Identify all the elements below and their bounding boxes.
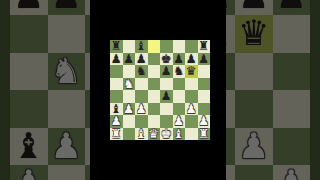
square-d7[interactable] [148,53,161,66]
square-b1[interactable] [123,128,136,141]
square-g6[interactable]: ♛ [185,65,198,78]
piece-black-queen: ♛ [235,15,273,53]
piece-black-knight[interactable]: ♞ [173,65,186,78]
piece-white-pawn[interactable]: ♟ [185,103,198,116]
square-b7: ♟ [48,0,86,15]
square-a2: ♟ [10,165,48,180]
square-d2[interactable] [148,115,161,128]
square-h6 [273,15,311,53]
piece-white-pawn: ♟ [235,128,273,166]
piece-black-pawn: ♟ [48,0,86,15]
square-f8[interactable] [173,40,186,53]
square-e8[interactable] [160,40,173,53]
piece-white-pawn[interactable]: ♟ [135,103,148,116]
square-c4[interactable] [135,90,148,103]
piece-white-queen[interactable]: ♛ [148,128,161,141]
piece-black-knight[interactable]: ♞ [135,65,148,78]
square-g3: ♟ [235,128,273,166]
square-a3: ♝ [10,128,48,166]
square-c1[interactable]: ♝ [135,128,148,141]
square-c5[interactable] [135,78,148,91]
square-h5 [273,53,311,91]
piece-black-rook[interactable]: ♜ [110,40,123,53]
square-b6 [48,15,86,53]
video-frame: ♜♝♜♟♟♟♚♟♟♟♞♟♞♛♞♟♝♟♟♟♟♟♟♜♝♛♚♝♜ ♜♝♜♟♟♟♚♟♟♟… [0,0,320,180]
square-c2[interactable] [135,115,148,128]
square-g4[interactable] [185,90,198,103]
square-e2[interactable] [160,115,173,128]
square-f5[interactable] [173,78,186,91]
square-h1[interactable]: ♜ [198,128,211,141]
square-g4 [235,90,273,128]
piece-white-pawn[interactable]: ♟ [198,115,211,128]
square-d6[interactable] [148,65,161,78]
square-e3[interactable] [160,103,173,116]
square-g1[interactable] [185,128,198,141]
piece-white-knight[interactable]: ♞ [123,78,136,91]
piece-black-queen[interactable]: ♛ [185,65,198,78]
square-g6: ♛ [235,15,273,53]
square-b5[interactable]: ♞ [123,78,136,91]
square-a1[interactable]: ♜ [110,128,123,141]
square-c8[interactable]: ♝ [135,40,148,53]
square-a2[interactable]: ♟ [110,115,123,128]
square-h4[interactable] [198,90,211,103]
square-a5[interactable] [110,78,123,91]
square-d8[interactable] [148,40,161,53]
square-d5[interactable] [148,78,161,91]
square-h5[interactable] [198,78,211,91]
square-b2[interactable] [123,115,136,128]
square-g2[interactable] [185,115,198,128]
square-h3 [273,128,311,166]
square-b6[interactable] [123,65,136,78]
piece-white-pawn: ♟ [48,128,86,166]
square-g8[interactable] [185,40,198,53]
piece-white-bishop[interactable]: ♝ [173,128,186,141]
square-b4[interactable] [123,90,136,103]
square-c3[interactable]: ♟ [135,103,148,116]
square-a8[interactable]: ♜ [110,40,123,53]
square-e1[interactable]: ♚ [160,128,173,141]
square-f6[interactable]: ♞ [173,65,186,78]
square-a6 [10,15,48,53]
square-f1[interactable]: ♝ [173,128,186,141]
piece-white-pawn: ♟ [10,165,48,180]
piece-white-pawn[interactable]: ♟ [173,115,186,128]
square-a4[interactable] [110,90,123,103]
square-f2[interactable]: ♟ [173,115,186,128]
square-e4[interactable]: ♟ [160,90,173,103]
square-h7: ♟ [273,0,311,15]
square-a6[interactable] [110,65,123,78]
piece-black-pawn[interactable]: ♟ [110,53,123,66]
square-c6[interactable]: ♞ [135,65,148,78]
piece-black-bishop[interactable]: ♝ [135,40,148,53]
piece-black-pawn[interactable]: ♟ [198,53,211,66]
piece-white-rook[interactable]: ♜ [110,128,123,141]
piece-black-pawn[interactable]: ♟ [160,90,173,103]
square-b5: ♞ [48,53,86,91]
square-b3: ♟ [48,128,86,166]
square-h2[interactable]: ♟ [198,115,211,128]
square-a7: ♟ [10,0,48,15]
square-d4[interactable] [148,90,161,103]
square-a5 [10,53,48,91]
piece-white-rook[interactable]: ♜ [198,128,211,141]
square-b3[interactable]: ♟ [123,103,136,116]
square-b2 [48,165,86,180]
square-f4[interactable] [173,90,186,103]
piece-black-rook[interactable]: ♜ [198,40,211,53]
piece-black-pawn: ♟ [273,0,311,15]
square-b7[interactable]: ♟ [123,53,136,66]
square-g2 [235,165,273,180]
square-a4 [10,90,48,128]
square-h8[interactable]: ♜ [198,40,211,53]
piece-white-knight: ♞ [48,53,86,91]
chess-board[interactable]: ♜♝♜♟♟♟♚♟♟♟♞♟♞♛♞♟♝♟♟♟♟♟♟♜♝♛♚♝♜ [110,40,210,140]
square-h7[interactable]: ♟ [198,53,211,66]
piece-white-pawn: ♟ [273,165,311,180]
square-b8[interactable] [123,40,136,53]
square-d3[interactable] [148,103,161,116]
square-h4 [273,90,311,128]
piece-black-bishop: ♝ [10,128,48,166]
piece-black-pawn: ♟ [10,0,48,15]
square-g5 [235,53,273,91]
square-h2: ♟ [273,165,311,180]
square-d1[interactable]: ♛ [148,128,161,141]
square-g5[interactable] [185,78,198,91]
square-a7[interactable]: ♟ [110,53,123,66]
square-g3[interactable]: ♟ [185,103,198,116]
piece-white-bishop[interactable]: ♝ [135,128,148,141]
square-b4 [48,90,86,128]
piece-white-pawn[interactable]: ♟ [110,115,123,128]
square-h6[interactable] [198,65,211,78]
piece-black-pawn[interactable]: ♟ [123,53,136,66]
piece-black-pawn[interactable]: ♟ [160,65,173,78]
piece-white-pawn[interactable]: ♟ [123,103,136,116]
square-e6[interactable]: ♟ [160,65,173,78]
piece-white-king[interactable]: ♚ [160,128,173,141]
